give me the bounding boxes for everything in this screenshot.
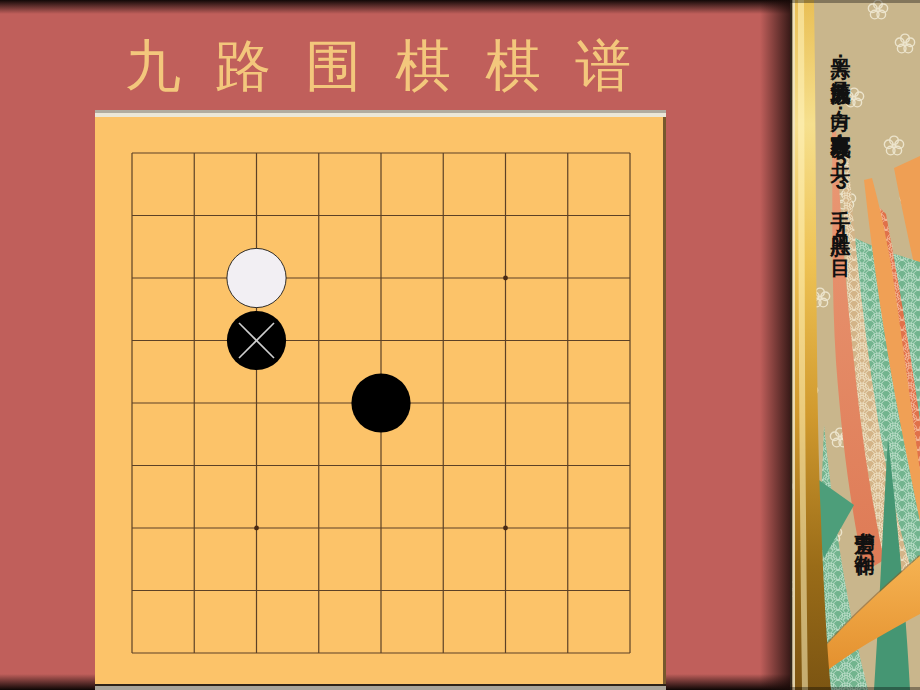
right-decorative-panel: 黑方：吴清源九段白方：宫本直毅九段共53手黑胜4目 曹书宏制作 (790, 0, 920, 690)
author-role: 制作 (854, 539, 876, 541)
star-point (503, 526, 508, 531)
panel-left-cream-edge (793, 0, 796, 690)
total-moves-label: 共53手 (830, 147, 852, 195)
page-title: 九路围棋棋谱 (0, 36, 790, 98)
result-label: 黑胜4目 (830, 219, 852, 245)
go-board (95, 117, 666, 684)
panel-left-dark-edge (790, 0, 793, 690)
board-frame-bottom-outer (95, 686, 666, 690)
panel-game-info: 黑方：吴清源九段白方：宫本直毅九段共53手黑胜4目 (830, 42, 852, 682)
top-vignette (0, 0, 790, 14)
author-name: 曹书宏 (854, 516, 876, 519)
right-edge-shadow (760, 0, 790, 690)
white-side-label: 白方：宫本直毅九段 (830, 94, 852, 123)
white-stone (227, 248, 286, 307)
slide: 九路围棋棋谱 (0, 0, 920, 690)
black-stone (351, 373, 410, 432)
black-side-label: 黑方：吴清源九段 (830, 42, 852, 70)
star-point (503, 276, 508, 281)
star-point (254, 526, 259, 531)
panel-credit: 曹书宏制作 (854, 516, 876, 686)
